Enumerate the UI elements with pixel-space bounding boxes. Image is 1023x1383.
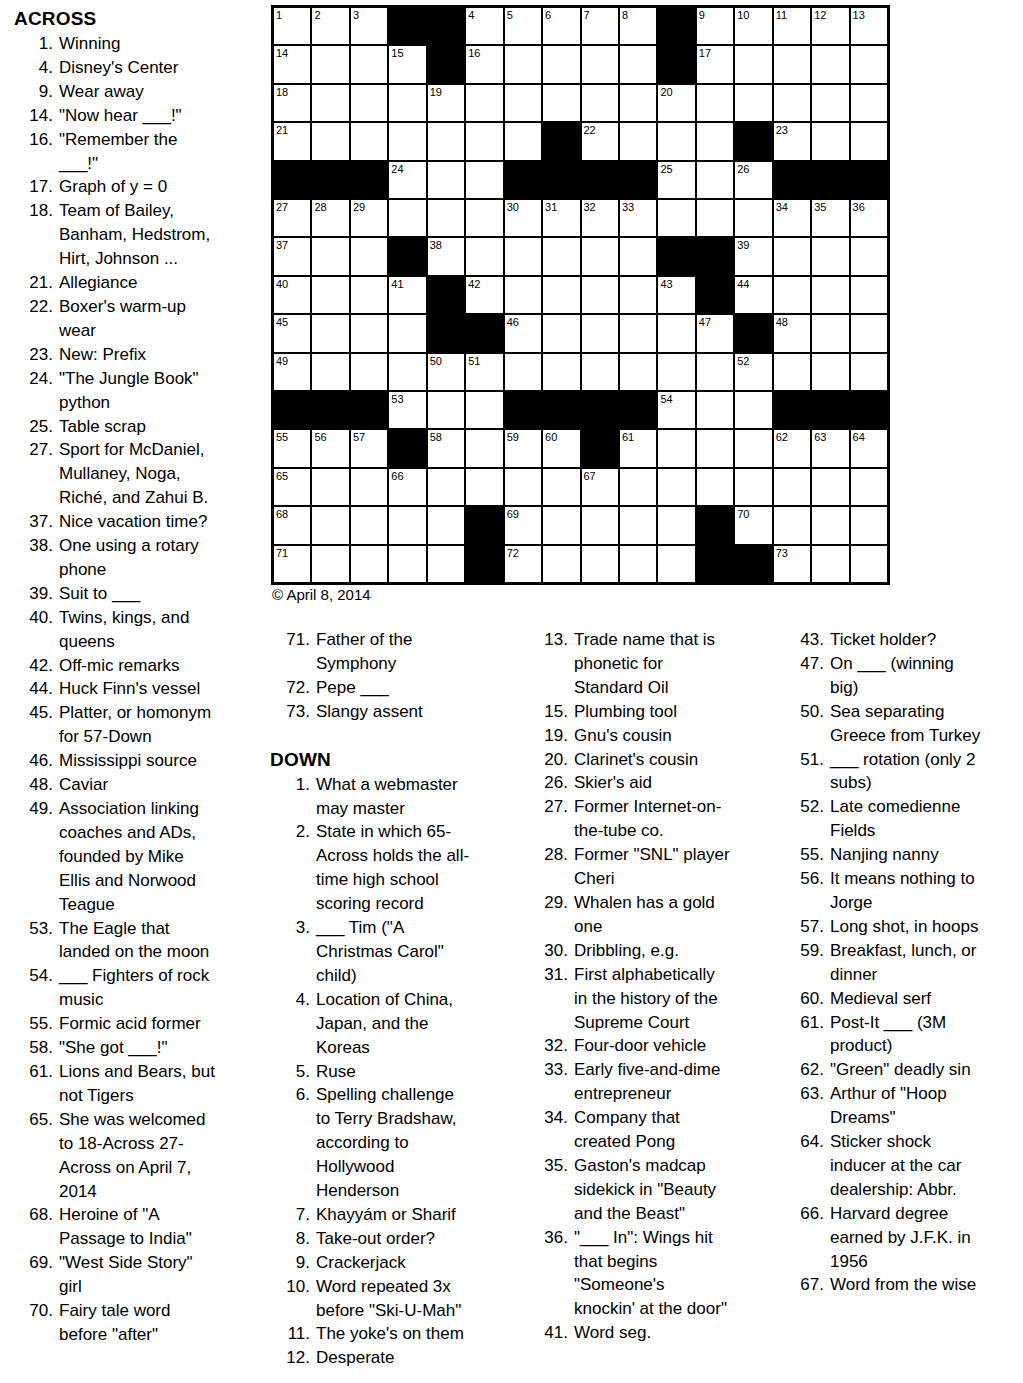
clue-number: 9. — [8, 80, 53, 104]
cell-number: 64 — [853, 431, 865, 443]
cell-number: 69 — [507, 508, 519, 520]
black-cell — [697, 507, 733, 543]
clue-text: Location of China,Japan, and theKoreas — [316, 988, 522, 1060]
white-cell[interactable] — [735, 85, 771, 121]
clue-across-72: 72.Pepe ___ — [270, 676, 522, 700]
white-cell[interactable]: 23 — [774, 123, 810, 159]
cell-number: 50 — [430, 355, 442, 367]
white-cell[interactable] — [543, 277, 579, 313]
white-cell[interactable] — [620, 277, 656, 313]
clue-across-55: 55.Formic acid former — [8, 1012, 264, 1036]
white-cell[interactable] — [620, 546, 656, 582]
white-cell[interactable] — [735, 46, 771, 82]
white-cell[interactable] — [620, 469, 656, 505]
white-cell[interactable]: 11 — [774, 8, 810, 44]
white-cell[interactable] — [582, 315, 618, 351]
white-cell[interactable]: 53 — [389, 392, 425, 428]
white-cell[interactable]: 29 — [351, 200, 387, 236]
white-cell[interactable]: 69 — [505, 507, 541, 543]
clue-down-20: 20.Clarinet's cousin — [538, 748, 788, 772]
white-cell[interactable]: 5 — [505, 8, 541, 44]
white-cell[interactable] — [812, 315, 848, 351]
white-cell[interactable]: 50 — [428, 354, 464, 390]
white-cell[interactable]: 64 — [851, 430, 887, 466]
white-cell[interactable] — [312, 354, 348, 390]
white-cell[interactable]: 54 — [658, 392, 694, 428]
white-cell[interactable] — [543, 354, 579, 390]
white-cell[interactable] — [697, 162, 733, 198]
white-cell[interactable] — [389, 85, 425, 121]
white-cell[interactable]: 7 — [582, 8, 618, 44]
clue-text: "___ In": Wings hitthat begins"Someone's… — [574, 1226, 788, 1322]
clue-across-14: 14."Now hear ___!" — [8, 104, 264, 128]
white-cell[interactable]: 59 — [505, 430, 541, 466]
clue-text: On ___ (winningbig) — [830, 652, 1019, 700]
white-cell[interactable] — [851, 546, 887, 582]
white-cell[interactable]: 45 — [274, 315, 310, 351]
cell-number: 11 — [776, 9, 787, 21]
white-cell[interactable]: 24 — [389, 162, 425, 198]
cell-number: 7 — [584, 9, 590, 21]
white-cell[interactable] — [620, 123, 656, 159]
white-cell[interactable] — [812, 507, 848, 543]
white-cell[interactable] — [697, 430, 733, 466]
clue-down-61: 61.Post-It ___ (3Mproduct) — [795, 1011, 1019, 1059]
white-cell[interactable]: 40 — [274, 277, 310, 313]
white-cell[interactable] — [658, 200, 694, 236]
white-cell[interactable] — [428, 469, 464, 505]
clue-number: 9. — [270, 1251, 310, 1275]
white-cell[interactable] — [851, 123, 887, 159]
cell-number: 34 — [776, 201, 788, 213]
cell-number: 27 — [276, 201, 288, 213]
clue-number: 71. — [270, 628, 310, 676]
black-cell — [428, 277, 464, 313]
clue-down-26: 26.Skier's aid — [538, 771, 788, 795]
black-cell — [812, 392, 848, 428]
white-cell[interactable] — [774, 46, 810, 82]
white-cell[interactable] — [351, 85, 387, 121]
white-cell[interactable] — [620, 315, 656, 351]
clue-number: 63. — [795, 1082, 824, 1130]
white-cell[interactable]: 65 — [274, 469, 310, 505]
clue-across-49: 49.Association linkingcoaches and ADs,fo… — [8, 797, 264, 917]
white-cell[interactable] — [351, 546, 387, 582]
white-cell[interactable]: 33 — [620, 200, 656, 236]
white-cell[interactable]: 70 — [735, 507, 771, 543]
cell-number: 22 — [584, 124, 596, 136]
cell-number: 58 — [430, 431, 442, 443]
clue-down-62: 62."Green" deadly sin — [795, 1058, 1019, 1082]
clue-number: 24. — [8, 367, 53, 415]
white-cell[interactable] — [735, 430, 771, 466]
white-cell[interactable]: 25 — [658, 162, 694, 198]
white-cell[interactable] — [851, 315, 887, 351]
white-cell[interactable]: 62 — [774, 430, 810, 466]
clue-number: 35. — [538, 1154, 568, 1226]
white-cell[interactable] — [620, 85, 656, 121]
white-cell[interactable] — [351, 123, 387, 159]
white-cell[interactable] — [658, 123, 694, 159]
clue-text: Boxer's warm-upwear — [59, 295, 264, 343]
white-cell[interactable]: 44 — [735, 277, 771, 313]
clue-number: 46. — [8, 749, 53, 773]
white-cell[interactable] — [697, 392, 733, 428]
white-cell[interactable] — [851, 46, 887, 82]
white-cell[interactable]: 21 — [274, 123, 310, 159]
white-cell[interactable]: 34 — [774, 200, 810, 236]
white-cell[interactable]: 6 — [543, 8, 579, 44]
white-cell[interactable]: 13 — [851, 8, 887, 44]
white-cell[interactable] — [312, 507, 348, 543]
white-cell[interactable] — [812, 46, 848, 82]
white-cell[interactable] — [697, 469, 733, 505]
white-cell[interactable]: 17 — [697, 46, 733, 82]
white-cell[interactable] — [851, 469, 887, 505]
white-cell[interactable]: 8 — [620, 8, 656, 44]
black-cell — [312, 162, 348, 198]
white-cell[interactable]: 66 — [389, 469, 425, 505]
white-cell[interactable] — [582, 354, 618, 390]
white-cell[interactable] — [351, 277, 387, 313]
white-cell[interactable] — [351, 238, 387, 274]
clue-down-13: 13.Trade name that isphonetic forStandar… — [538, 628, 788, 700]
white-cell[interactable]: 31 — [543, 200, 579, 236]
white-cell[interactable] — [543, 85, 579, 121]
white-cell[interactable] — [466, 123, 502, 159]
white-cell[interactable] — [389, 315, 425, 351]
cell-number: 25 — [660, 163, 672, 175]
cell-number: 71 — [276, 547, 288, 559]
white-cell[interactable]: 27 — [274, 200, 310, 236]
white-cell[interactable] — [735, 200, 771, 236]
white-cell[interactable]: 35 — [812, 200, 848, 236]
white-cell[interactable] — [582, 238, 618, 274]
white-cell[interactable] — [351, 469, 387, 505]
clue-text: Heroine of "APassage to India" — [59, 1203, 264, 1251]
white-cell[interactable] — [543, 46, 579, 82]
black-cell — [274, 392, 310, 428]
cell-number: 10 — [737, 9, 749, 21]
black-cell — [735, 123, 771, 159]
white-cell[interactable] — [505, 469, 541, 505]
clue-number: 62. — [795, 1058, 824, 1082]
clue-number: 66. — [795, 1202, 824, 1274]
white-cell[interactable] — [658, 430, 694, 466]
copyright-line: © April 8, 2014 — [272, 586, 371, 603]
white-cell[interactable]: 19 — [428, 85, 464, 121]
white-cell[interactable]: 52 — [735, 354, 771, 390]
cell-number: 72 — [507, 547, 519, 559]
white-cell[interactable] — [851, 507, 887, 543]
clue-number: 27. — [8, 438, 53, 510]
clue-text: Early five-and-dimeentrepreneur — [574, 1058, 788, 1106]
clue-text: ___ Tim ("AChristmas Carol"child) — [316, 916, 522, 988]
black-cell — [543, 123, 579, 159]
white-cell[interactable] — [466, 162, 502, 198]
white-cell[interactable] — [812, 546, 848, 582]
white-cell[interactable] — [428, 200, 464, 236]
white-cell[interactable] — [312, 238, 348, 274]
clue-down-11: 11.The yoke's on them — [270, 1322, 522, 1346]
white-cell[interactable] — [543, 238, 579, 274]
clue-text: Long shot, in hoops — [830, 915, 1019, 939]
white-cell[interactable] — [389, 507, 425, 543]
white-cell[interactable] — [582, 46, 618, 82]
white-cell[interactable] — [697, 123, 733, 159]
white-cell[interactable] — [543, 546, 579, 582]
clue-text: Wear away — [59, 80, 264, 104]
white-cell[interactable] — [774, 469, 810, 505]
white-cell[interactable]: 37 — [274, 238, 310, 274]
white-cell[interactable]: 51 — [466, 354, 502, 390]
white-cell[interactable]: 57 — [351, 430, 387, 466]
white-cell[interactable] — [658, 354, 694, 390]
white-cell[interactable]: 73 — [774, 546, 810, 582]
clue-text: Crackerjack — [316, 1251, 522, 1275]
white-cell[interactable]: 22 — [582, 123, 618, 159]
white-cell[interactable] — [312, 85, 348, 121]
white-cell[interactable] — [658, 469, 694, 505]
white-cell[interactable]: 48 — [774, 315, 810, 351]
white-cell[interactable] — [620, 46, 656, 82]
white-cell[interactable] — [697, 85, 733, 121]
cell-number: 65 — [276, 470, 288, 482]
clue-across-27: 27.Sport for McDaniel,Mullaney, Noga,Ric… — [8, 438, 264, 510]
white-cell[interactable]: 4 — [466, 8, 502, 44]
white-cell[interactable] — [428, 123, 464, 159]
clue-text: Skier's aid — [574, 771, 788, 795]
white-cell[interactable] — [466, 469, 502, 505]
white-cell[interactable] — [620, 238, 656, 274]
white-cell[interactable] — [812, 123, 848, 159]
white-cell[interactable] — [505, 238, 541, 274]
clue-across-42: 42.Off-mic remarks — [8, 654, 264, 678]
white-cell[interactable]: 9 — [697, 8, 733, 44]
black-cell — [389, 430, 425, 466]
white-cell[interactable] — [774, 354, 810, 390]
white-cell[interactable] — [620, 354, 656, 390]
cell-number: 73 — [776, 547, 788, 559]
cell-number: 38 — [430, 239, 442, 251]
clue-text: "West Side Story"girl — [59, 1251, 264, 1299]
white-cell[interactable] — [389, 123, 425, 159]
white-cell[interactable]: 18 — [274, 85, 310, 121]
clue-down-43: 43.Ticket holder? — [795, 628, 1019, 652]
white-cell[interactable] — [312, 469, 348, 505]
white-cell[interactable] — [735, 469, 771, 505]
clue-text: Late comedienneFields — [830, 795, 1019, 843]
white-cell[interactable] — [428, 392, 464, 428]
cell-number: 26 — [737, 163, 749, 175]
white-cell[interactable] — [312, 46, 348, 82]
white-cell[interactable]: 56 — [312, 430, 348, 466]
white-cell[interactable] — [812, 85, 848, 121]
black-cell — [697, 546, 733, 582]
white-cell[interactable] — [505, 354, 541, 390]
white-cell[interactable]: 15 — [389, 46, 425, 82]
white-cell[interactable] — [851, 354, 887, 390]
white-cell[interactable]: 39 — [735, 238, 771, 274]
white-cell[interactable]: 47 — [697, 315, 733, 351]
cell-number: 32 — [584, 201, 596, 213]
white-cell[interactable] — [851, 277, 887, 313]
clue-text: Ticket holder? — [830, 628, 1019, 652]
clue-number: 23. — [8, 343, 53, 367]
white-cell[interactable]: 14 — [274, 46, 310, 82]
white-cell[interactable]: 49 — [274, 354, 310, 390]
clue-text: Team of Bailey,Banham, Hedstrom,Hirt, Jo… — [59, 199, 264, 271]
white-cell[interactable] — [312, 546, 348, 582]
white-cell[interactable]: 28 — [312, 200, 348, 236]
white-cell[interactable] — [389, 546, 425, 582]
white-cell[interactable]: 63 — [812, 430, 848, 466]
white-cell[interactable]: 46 — [505, 315, 541, 351]
clue-text: Spelling challengeto Terry Bradshaw,acco… — [316, 1083, 522, 1203]
cell-number: 4 — [468, 9, 474, 21]
white-cell[interactable] — [812, 354, 848, 390]
clue-text: Slangy assent — [316, 700, 522, 724]
white-cell[interactable]: 61 — [620, 430, 656, 466]
white-cell[interactable]: 55 — [274, 430, 310, 466]
white-cell[interactable]: 26 — [735, 162, 771, 198]
white-cell[interactable] — [697, 200, 733, 236]
clue-text: Breakfast, lunch, ordinner — [830, 939, 1019, 987]
clue-text: Word repeated 3xbefore "Ski-U-Mah" — [316, 1275, 522, 1323]
white-cell[interactable] — [774, 238, 810, 274]
white-cell[interactable] — [428, 546, 464, 582]
white-cell[interactable]: 38 — [428, 238, 464, 274]
clue-text: "The Jungle Book"python — [59, 367, 264, 415]
white-cell[interactable] — [543, 469, 579, 505]
white-cell[interactable] — [658, 315, 694, 351]
white-cell[interactable] — [812, 277, 848, 313]
black-cell — [658, 46, 694, 82]
clue-number: 29. — [538, 891, 568, 939]
clue-down-41: 41.Word seg. — [538, 1321, 788, 1345]
clue-text: Off-mic remarks — [59, 654, 264, 678]
white-cell[interactable] — [582, 85, 618, 121]
white-cell[interactable] — [582, 546, 618, 582]
clue-down-5: 5.Ruse — [270, 1060, 522, 1084]
white-cell[interactable]: 36 — [851, 200, 887, 236]
white-cell[interactable] — [312, 315, 348, 351]
clue-down-64: 64.Sticker shockinducer at the cardealer… — [795, 1130, 1019, 1202]
white-cell[interactable] — [505, 46, 541, 82]
clue-number: 58. — [8, 1036, 53, 1060]
white-cell[interactable]: 43 — [658, 277, 694, 313]
white-cell[interactable] — [466, 238, 502, 274]
clue-down-50: 50.Sea separatingGreece from Turkey — [795, 700, 1019, 748]
white-cell[interactable] — [428, 507, 464, 543]
white-cell[interactable]: 1 — [274, 8, 310, 44]
cell-number: 12 — [814, 9, 826, 21]
white-cell[interactable]: 67 — [582, 469, 618, 505]
white-cell[interactable] — [428, 162, 464, 198]
black-cell — [812, 162, 848, 198]
clue-across-9: 9.Wear away — [8, 80, 264, 104]
white-cell[interactable]: 60 — [543, 430, 579, 466]
white-cell[interactable] — [543, 507, 579, 543]
white-cell[interactable] — [389, 354, 425, 390]
white-cell[interactable]: 3 — [351, 8, 387, 44]
white-cell[interactable] — [543, 315, 579, 351]
white-cell[interactable]: 12 — [812, 8, 848, 44]
white-cell[interactable]: 72 — [505, 546, 541, 582]
white-cell[interactable] — [351, 507, 387, 543]
clue-number: 17. — [8, 175, 53, 199]
white-cell[interactable]: 42 — [466, 277, 502, 313]
white-cell[interactable] — [505, 277, 541, 313]
white-cell[interactable] — [582, 507, 618, 543]
white-cell[interactable]: 20 — [658, 85, 694, 121]
clue-text: Fairy tale wordbefore "after" — [59, 1299, 264, 1347]
clue-text: Desperate — [316, 1346, 522, 1370]
cell-number: 37 — [276, 239, 288, 251]
white-cell[interactable] — [351, 315, 387, 351]
white-cell[interactable]: 16 — [466, 46, 502, 82]
white-cell[interactable] — [505, 123, 541, 159]
white-cell[interactable] — [312, 277, 348, 313]
white-cell[interactable] — [774, 507, 810, 543]
white-cell[interactable] — [851, 238, 887, 274]
white-cell[interactable] — [697, 354, 733, 390]
white-cell[interactable] — [505, 85, 541, 121]
cell-number: 2 — [314, 9, 320, 21]
white-cell[interactable] — [812, 469, 848, 505]
clue-number: 55. — [795, 843, 824, 867]
white-cell[interactable] — [466, 392, 502, 428]
clue-across-16: 16."Remember the___!" — [8, 128, 264, 176]
white-cell[interactable] — [312, 123, 348, 159]
white-cell[interactable] — [466, 430, 502, 466]
white-cell[interactable]: 41 — [389, 277, 425, 313]
white-cell[interactable] — [466, 85, 502, 121]
clue-number: 38. — [8, 534, 53, 582]
white-cell[interactable] — [658, 507, 694, 543]
white-cell[interactable] — [620, 507, 656, 543]
white-cell[interactable] — [658, 546, 694, 582]
white-cell[interactable]: 68 — [274, 507, 310, 543]
white-cell[interactable] — [774, 85, 810, 121]
white-cell[interactable] — [735, 392, 771, 428]
white-cell[interactable]: 32 — [582, 200, 618, 236]
white-cell[interactable] — [582, 277, 618, 313]
white-cell[interactable] — [351, 46, 387, 82]
white-cell[interactable]: 71 — [274, 546, 310, 582]
white-cell[interactable]: 30 — [505, 200, 541, 236]
white-cell[interactable] — [851, 85, 887, 121]
clue-number: 40. — [8, 606, 53, 654]
cell-number: 47 — [699, 316, 711, 328]
black-cell — [620, 392, 656, 428]
clue-across-24: 24."The Jungle Book"python — [8, 367, 264, 415]
clue-down-36: 36."___ In": Wings hitthat begins"Someon… — [538, 1226, 788, 1322]
clue-down-30: 30.Dribbling, e.g. — [538, 939, 788, 963]
white-cell[interactable]: 2 — [312, 8, 348, 44]
white-cell[interactable]: 10 — [735, 8, 771, 44]
cell-number: 3 — [353, 9, 359, 21]
white-cell[interactable]: 58 — [428, 430, 464, 466]
clue-text: Winning — [59, 32, 264, 56]
white-cell[interactable] — [466, 200, 502, 236]
white-cell[interactable] — [389, 200, 425, 236]
white-cell[interactable] — [351, 354, 387, 390]
clue-number: 4. — [8, 56, 53, 80]
white-cell[interactable] — [812, 238, 848, 274]
clue-text: One using a rotaryphone — [59, 534, 264, 582]
white-cell[interactable] — [774, 277, 810, 313]
